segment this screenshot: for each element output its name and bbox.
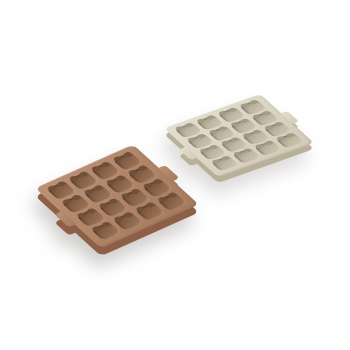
mold-grid bbox=[35, 145, 199, 249]
brown-tray bbox=[35, 145, 199, 249]
mold-cavity bbox=[135, 202, 165, 221]
brown-tray-wrap bbox=[0, 0, 350, 350]
mold-cavity bbox=[91, 222, 121, 241]
product-photo-stage bbox=[0, 0, 350, 350]
mold-cavity bbox=[157, 192, 187, 211]
mold-cavity bbox=[113, 212, 143, 231]
